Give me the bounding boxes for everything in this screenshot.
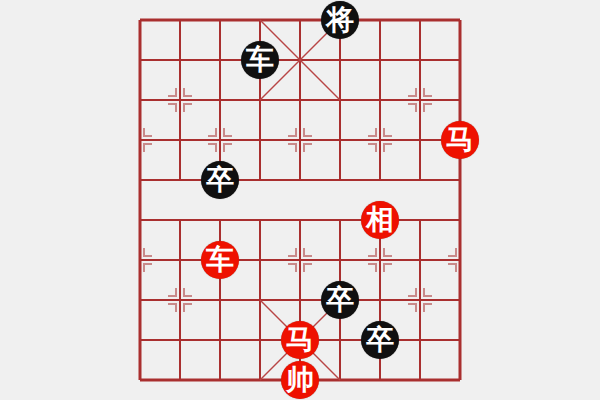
star-point-mark — [424, 288, 432, 296]
piece-red-elephant[interactable]: 相 — [361, 201, 399, 239]
star-point-mark — [368, 248, 376, 256]
piece-red-horse-center[interactable]: 马 — [281, 321, 319, 359]
star-point-mark — [144, 264, 152, 272]
star-point-mark — [384, 248, 392, 256]
star-point-mark — [368, 264, 376, 272]
star-point-mark — [304, 128, 312, 136]
piece-red-horse-right[interactable]: 马 — [441, 121, 479, 159]
star-point-mark — [168, 104, 176, 112]
star-point-mark — [184, 88, 192, 96]
star-point-mark — [184, 104, 192, 112]
star-point-mark — [408, 304, 416, 312]
star-point-mark — [304, 264, 312, 272]
star-point-mark — [408, 104, 416, 112]
star-point-mark — [424, 88, 432, 96]
star-point-mark — [408, 288, 416, 296]
star-point-mark — [368, 144, 376, 152]
star-point-mark — [304, 144, 312, 152]
star-point-mark — [448, 264, 456, 272]
star-point-mark — [184, 304, 192, 312]
star-point-mark — [208, 144, 216, 152]
star-point-mark — [184, 288, 192, 296]
star-point-mark — [168, 288, 176, 296]
star-point-mark — [424, 104, 432, 112]
star-point-mark — [384, 128, 392, 136]
piece-black-chariot[interactable]: 车 — [241, 41, 279, 79]
star-point-mark — [144, 128, 152, 136]
star-point-mark — [144, 144, 152, 152]
star-point-mark — [384, 264, 392, 272]
star-point-mark — [448, 248, 456, 256]
star-point-mark — [424, 304, 432, 312]
star-point-mark — [288, 144, 296, 152]
piece-red-general[interactable]: 帅 — [281, 361, 319, 399]
xiangqi-app: 将车马卒相车卒马卒帅 — [0, 0, 600, 400]
piece-red-chariot[interactable]: 车 — [201, 241, 239, 279]
star-point-mark — [208, 128, 216, 136]
piece-black-soldier-c[interactable]: 卒 — [361, 321, 399, 359]
star-point-mark — [408, 88, 416, 96]
xiangqi-board[interactable]: 将车马卒相车卒马卒帅 — [140, 20, 460, 380]
star-point-mark — [224, 144, 232, 152]
star-point-mark — [288, 264, 296, 272]
piece-black-general[interactable]: 将 — [321, 1, 359, 39]
star-point-mark — [168, 88, 176, 96]
star-point-mark — [144, 248, 152, 256]
star-point-mark — [368, 128, 376, 136]
star-point-mark — [288, 128, 296, 136]
star-point-mark — [384, 144, 392, 152]
piece-black-soldier-a[interactable]: 卒 — [201, 161, 239, 199]
star-point-mark — [288, 248, 296, 256]
piece-black-soldier-b[interactable]: 卒 — [321, 281, 359, 319]
star-point-mark — [168, 304, 176, 312]
star-point-mark — [224, 128, 232, 136]
star-point-mark — [304, 248, 312, 256]
